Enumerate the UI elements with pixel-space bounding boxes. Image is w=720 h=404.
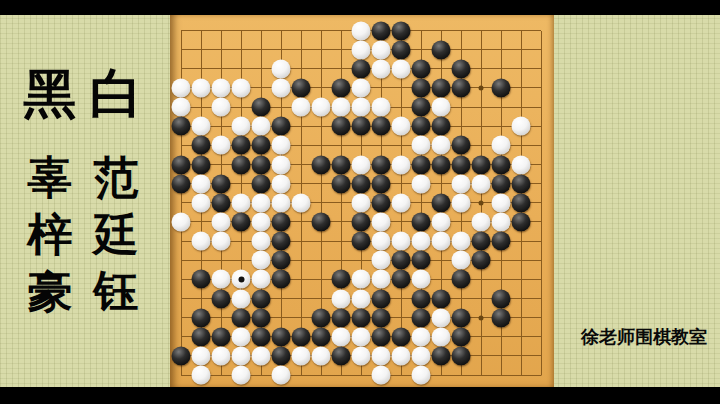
board-cell[interactable] [411,136,431,155]
board-cell[interactable] [211,174,231,193]
board-cell[interactable] [451,289,471,308]
board-cell[interactable] [211,117,231,136]
board-cell[interactable] [411,155,431,174]
board-cell[interactable] [511,308,531,327]
board-cell[interactable] [411,21,431,40]
board-cell[interactable] [351,289,371,308]
board-cell[interactable] [191,346,211,365]
board-cell[interactable] [451,98,471,117]
board-cell[interactable] [391,155,411,174]
board-cell[interactable] [311,174,331,193]
board-cell[interactable] [271,40,291,59]
board-cell[interactable] [351,232,371,251]
board-cell[interactable] [311,308,331,327]
board-cell[interactable] [531,232,551,251]
board-cell[interactable] [331,308,351,327]
board-cell[interactable] [311,232,331,251]
board-cell[interactable] [491,174,511,193]
board-cell[interactable] [351,327,371,346]
board-cell[interactable] [331,346,351,365]
board-cell[interactable] [511,327,531,346]
board-cell[interactable] [211,136,231,155]
board-cell[interactable] [251,136,271,155]
board-cell[interactable] [391,327,411,346]
board-cell[interactable] [211,155,231,174]
board-cell[interactable] [351,308,371,327]
board-cell[interactable] [291,117,311,136]
board-cell[interactable] [231,155,251,174]
board-cell[interactable] [231,366,251,385]
board-cell[interactable] [351,212,371,231]
board-cell[interactable] [251,21,271,40]
board-cell[interactable] [391,308,411,327]
board-cell[interactable] [351,155,371,174]
board-cell[interactable] [411,346,431,365]
board-cell[interactable] [191,327,211,346]
board-cell[interactable] [471,327,491,346]
board-cell[interactable] [451,346,471,365]
board-cell[interactable] [431,78,451,97]
board-cell[interactable] [391,346,411,365]
board-cell[interactable] [471,117,491,136]
board-cell[interactable] [491,232,511,251]
board-cell[interactable] [371,59,391,78]
board-cell[interactable] [411,59,431,78]
board-cell[interactable] [351,98,371,117]
board-cell[interactable] [491,155,511,174]
board-cell[interactable] [351,346,371,365]
board-cell[interactable] [251,366,271,385]
board-cell[interactable] [531,270,551,289]
board-cell[interactable] [491,308,511,327]
board-cell[interactable] [171,117,191,136]
board-cell[interactable] [531,117,551,136]
board-cell[interactable] [291,327,311,346]
board-cell[interactable] [431,327,451,346]
board-cell[interactable] [411,40,431,59]
board-cell[interactable] [491,193,511,212]
board-cell[interactable] [411,251,431,270]
board-cell[interactable] [351,59,371,78]
board-cell[interactable] [171,308,191,327]
board-cell[interactable] [511,136,531,155]
board-cell[interactable] [511,98,531,117]
board-cell[interactable] [471,193,491,212]
board-cell[interactable] [311,212,331,231]
board-cell[interactable] [391,78,411,97]
board-cell[interactable] [291,251,311,270]
board-cell[interactable] [531,289,551,308]
board-cell[interactable] [471,40,491,59]
board-cell[interactable] [251,174,271,193]
board-cell[interactable] [511,251,531,270]
board-cell[interactable] [331,78,351,97]
board-cell[interactable] [351,174,371,193]
board-cell[interactable] [431,212,451,231]
board-cell[interactable] [291,308,311,327]
board-cell[interactable] [511,59,531,78]
board-cell[interactable] [451,366,471,385]
board-cell[interactable] [211,270,231,289]
board-cell[interactable] [191,40,211,59]
board-cell[interactable] [451,270,471,289]
board-cell[interactable] [271,308,291,327]
board-cell[interactable] [491,59,511,78]
board-cell[interactable] [231,212,251,231]
board-cell[interactable] [371,78,391,97]
board-cell[interactable] [191,117,211,136]
board-cell[interactable] [431,98,451,117]
board-cell[interactable] [491,270,511,289]
board-cell[interactable] [371,289,391,308]
board-cell[interactable] [251,327,271,346]
board-cell[interactable] [431,40,451,59]
board-cell[interactable] [331,327,351,346]
board-cell[interactable] [331,366,351,385]
board-cell[interactable] [371,98,391,117]
board-cell[interactable] [371,346,391,365]
board-cell[interactable] [511,78,531,97]
board-cell[interactable] [291,232,311,251]
board-cell[interactable] [451,251,471,270]
board-cell[interactable] [311,59,331,78]
board-cell[interactable] [291,155,311,174]
board-cell[interactable] [531,78,551,97]
board-cell[interactable] [271,21,291,40]
board-cell[interactable] [451,193,471,212]
board-cell[interactable] [471,232,491,251]
board-cell[interactable] [231,136,251,155]
board-cell[interactable] [231,346,251,365]
board-cell[interactable] [171,59,191,78]
board-cell[interactable] [331,40,351,59]
board-cell[interactable] [271,59,291,78]
board-cell[interactable] [471,289,491,308]
board-cell[interactable] [291,270,311,289]
board-cell[interactable] [251,40,271,59]
board-cell[interactable] [491,346,511,365]
board-cell[interactable] [291,59,311,78]
board-cell[interactable] [511,193,531,212]
board-cell[interactable] [471,346,491,365]
board-cell[interactable] [191,289,211,308]
board-cell[interactable] [171,136,191,155]
board-cell[interactable] [531,251,551,270]
board-cell[interactable] [331,59,351,78]
board-cell[interactable] [311,21,331,40]
board-cell[interactable] [531,59,551,78]
board-cell[interactable] [211,251,231,270]
board-cell[interactable] [211,366,231,385]
board-cell[interactable] [191,98,211,117]
board-cell[interactable] [491,327,511,346]
board-cell[interactable] [171,174,191,193]
board-cell[interactable] [251,98,271,117]
board-cell[interactable] [371,40,391,59]
board-cell[interactable] [271,193,291,212]
board-cell[interactable] [311,327,331,346]
board-cell[interactable] [471,251,491,270]
board-cell[interactable] [351,40,371,59]
board-cell[interactable] [491,136,511,155]
board-cell[interactable] [291,40,311,59]
board-cell[interactable] [311,193,331,212]
board-cell[interactable] [471,155,491,174]
board-cell[interactable] [311,270,331,289]
board-cell[interactable] [351,21,371,40]
board-cell[interactable] [371,212,391,231]
board-cell[interactable] [291,78,311,97]
board-cell[interactable] [431,136,451,155]
board-cell[interactable] [291,212,311,231]
board-cell[interactable] [231,232,251,251]
board-cell[interactable] [211,308,231,327]
board-cell[interactable] [251,346,271,365]
board-cell[interactable] [191,251,211,270]
board-cell[interactable] [431,270,451,289]
board-cell[interactable] [291,346,311,365]
board-cell[interactable] [451,117,471,136]
board-cell[interactable] [411,289,431,308]
board-cell[interactable] [271,136,291,155]
board-cell[interactable] [211,59,231,78]
board-cell[interactable] [351,366,371,385]
board-cell[interactable] [411,78,431,97]
board-cell[interactable] [431,308,451,327]
board-cell[interactable] [511,289,531,308]
board-cell[interactable] [251,59,271,78]
board-cell[interactable] [411,98,431,117]
board-cell[interactable] [231,251,251,270]
board-cell[interactable] [271,155,291,174]
board-cell[interactable] [251,193,271,212]
board-cell[interactable] [251,78,271,97]
board-cell[interactable] [391,98,411,117]
board-cell[interactable] [391,193,411,212]
board-cell[interactable] [271,270,291,289]
board-cell[interactable] [251,270,271,289]
board-cell[interactable] [471,21,491,40]
board-cell[interactable] [271,212,291,231]
board-cell[interactable] [451,40,471,59]
board-cell[interactable] [311,289,331,308]
board-cell[interactable] [471,59,491,78]
board-cell[interactable] [331,98,351,117]
board-cell[interactable] [171,366,191,385]
board-cell[interactable] [191,270,211,289]
board-cell[interactable] [291,136,311,155]
board-cell[interactable] [391,251,411,270]
board-cell[interactable] [411,232,431,251]
board-cell[interactable] [291,174,311,193]
board-cell[interactable] [391,289,411,308]
board-cell[interactable] [371,327,391,346]
board-cell[interactable] [171,78,191,97]
board-cell[interactable] [491,78,511,97]
board-cell[interactable] [271,366,291,385]
board-cell[interactable] [371,117,391,136]
board-cell[interactable] [331,270,351,289]
board-cell[interactable] [511,21,531,40]
board-cell[interactable] [251,308,271,327]
board-cell[interactable] [491,21,511,40]
board-cell[interactable] [171,193,191,212]
board-cell[interactable] [271,327,291,346]
board-cell[interactable] [471,308,491,327]
board-cell[interactable] [231,21,251,40]
board-cell[interactable] [191,193,211,212]
board-cell[interactable] [371,308,391,327]
board-cell[interactable] [251,117,271,136]
board-cell[interactable] [231,174,251,193]
board-cell[interactable] [431,289,451,308]
board-cell[interactable] [491,212,511,231]
board-cell[interactable] [271,78,291,97]
board-cell[interactable] [451,155,471,174]
board-cell[interactable] [511,270,531,289]
board-cell[interactable] [531,136,551,155]
board-cell[interactable] [231,40,251,59]
board-cell[interactable] [331,174,351,193]
board-cell[interactable] [271,117,291,136]
board-cell[interactable] [231,59,251,78]
board-cell[interactable] [391,117,411,136]
board-cell[interactable] [451,78,471,97]
board-cell[interactable] [411,366,431,385]
board-cell[interactable] [331,251,351,270]
board-cell[interactable] [171,21,191,40]
board-cell[interactable] [331,193,351,212]
board-cell[interactable] [191,366,211,385]
board-cell[interactable] [411,308,431,327]
board-cell[interactable] [271,251,291,270]
board-cell[interactable] [371,232,391,251]
board-cell[interactable] [311,98,331,117]
board-cell[interactable] [491,117,511,136]
board-cell[interactable] [371,366,391,385]
board-cell[interactable] [351,270,371,289]
board-cell[interactable] [211,78,231,97]
board-cell[interactable] [411,327,431,346]
board-cell[interactable] [211,346,231,365]
board-cell[interactable] [391,366,411,385]
board-cell[interactable] [331,136,351,155]
board-cell[interactable] [291,366,311,385]
board-cell[interactable] [251,251,271,270]
board-cell[interactable] [211,40,231,59]
board-cell[interactable] [531,40,551,59]
board-cell[interactable] [271,98,291,117]
board-cell[interactable] [211,212,231,231]
board-cell[interactable] [371,21,391,40]
board-cell[interactable] [191,174,211,193]
board-cell[interactable] [251,155,271,174]
board-cell[interactable] [191,78,211,97]
board-cell[interactable] [511,155,531,174]
board-cell[interactable] [311,136,331,155]
board-cell[interactable] [351,251,371,270]
board-cell[interactable] [391,232,411,251]
board-cell[interactable] [451,232,471,251]
board-cell[interactable] [211,232,231,251]
board-cell[interactable] [491,251,511,270]
board-cell[interactable] [271,232,291,251]
board-cell[interactable] [511,40,531,59]
board-cell[interactable] [451,136,471,155]
board-cell[interactable] [431,251,451,270]
board-cell[interactable] [271,174,291,193]
board-cell[interactable] [191,155,211,174]
board-cell[interactable] [371,193,391,212]
board-cell[interactable] [171,155,191,174]
board-cell[interactable] [311,78,331,97]
board-cell[interactable] [511,232,531,251]
board-cell[interactable] [191,21,211,40]
board-cell[interactable] [471,136,491,155]
board-cell[interactable] [411,117,431,136]
board-cell[interactable] [471,270,491,289]
board-cell[interactable] [251,289,271,308]
board-cell[interactable] [311,155,331,174]
board-cell[interactable] [291,21,311,40]
go-board[interactable] [170,15,554,387]
board-cell[interactable] [451,327,471,346]
board-cell[interactable] [231,193,251,212]
board-cell[interactable] [371,251,391,270]
board-cell[interactable] [311,40,331,59]
board-cell[interactable] [471,212,491,231]
board-cell[interactable] [511,117,531,136]
board-cell[interactable] [231,327,251,346]
board-cell[interactable] [251,232,271,251]
board-cell[interactable] [451,59,471,78]
board-cell[interactable] [271,289,291,308]
board-cell[interactable] [331,117,351,136]
board-cell[interactable] [531,346,551,365]
board-cell[interactable] [471,174,491,193]
board-cell[interactable] [371,174,391,193]
board-cell[interactable] [191,232,211,251]
board-cell[interactable] [511,346,531,365]
board-cell[interactable] [391,270,411,289]
board-cell[interactable] [371,270,391,289]
board-cell[interactable] [171,98,191,117]
board-cell[interactable] [231,98,251,117]
board-cell[interactable] [451,212,471,231]
board-cell[interactable] [411,174,431,193]
board-cell[interactable] [431,366,451,385]
board-cell[interactable] [531,193,551,212]
board-cell[interactable] [511,174,531,193]
board-cell[interactable] [391,21,411,40]
board-cell[interactable] [431,232,451,251]
board-cell[interactable] [391,59,411,78]
board-cell[interactable] [331,232,351,251]
board-cell[interactable] [271,346,291,365]
board-cell[interactable] [531,327,551,346]
board-cell[interactable] [531,308,551,327]
board-cell[interactable] [231,308,251,327]
board-cell[interactable] [291,289,311,308]
board-cell[interactable] [431,117,451,136]
board-cell[interactable] [251,212,271,231]
board-cell[interactable] [371,155,391,174]
board-cell[interactable] [331,212,351,231]
board-cell[interactable] [171,232,191,251]
board-cell[interactable] [311,251,331,270]
board-cell[interactable] [391,40,411,59]
board-cell[interactable] [491,40,511,59]
